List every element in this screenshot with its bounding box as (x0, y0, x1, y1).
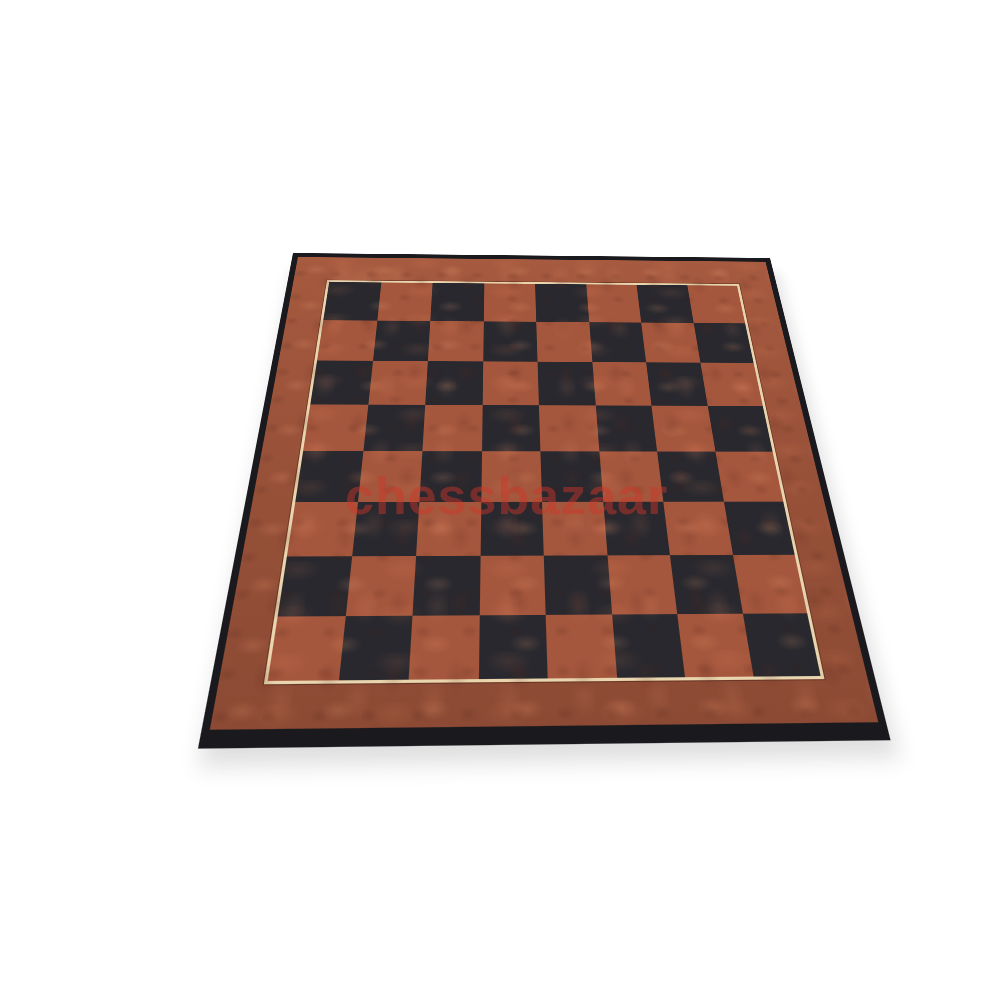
board-square (595, 405, 657, 451)
board-square (670, 555, 742, 614)
board-square (303, 404, 368, 451)
board-square (479, 556, 545, 615)
board-square (480, 501, 544, 555)
board-square (742, 613, 820, 677)
board-square (536, 321, 592, 362)
board-square (599, 451, 663, 501)
board-square (338, 615, 412, 680)
board-square (607, 555, 677, 614)
board-square (478, 614, 547, 679)
board-square (592, 362, 651, 405)
board-square (323, 282, 381, 320)
inlay-border (264, 280, 825, 684)
board-frame (210, 257, 878, 730)
board-square (422, 404, 482, 451)
board-square (428, 321, 484, 362)
board-square (641, 322, 700, 362)
board-square (310, 360, 372, 404)
board-square (535, 284, 589, 322)
board-square (482, 361, 539, 404)
board-square (693, 323, 753, 363)
board-square (663, 501, 732, 555)
board-square (540, 451, 602, 501)
board-square (589, 322, 646, 362)
board-square (715, 452, 783, 502)
board-square (368, 361, 428, 405)
board-square (482, 405, 541, 452)
board-square (732, 555, 807, 613)
board-square (612, 614, 685, 678)
board-square (317, 320, 377, 361)
chess-board (200, 253, 888, 738)
board-square (546, 614, 617, 678)
board-square (586, 284, 641, 322)
board-square (419, 451, 481, 501)
board-square (603, 501, 670, 555)
board-square (637, 285, 694, 323)
board-square (651, 405, 715, 451)
board-square (373, 320, 431, 361)
board-square (409, 615, 480, 680)
board-square (287, 502, 358, 557)
board-square (646, 362, 707, 405)
board-square (657, 452, 723, 502)
board-square (544, 555, 612, 614)
board-square (345, 556, 416, 616)
board-square (412, 556, 480, 615)
board-square (483, 321, 538, 362)
board-square (687, 285, 745, 323)
board-square (377, 282, 433, 320)
board-square (542, 501, 607, 555)
board-square (481, 451, 542, 501)
board-square (363, 404, 425, 451)
board-square (723, 501, 794, 555)
board-square (268, 616, 346, 681)
board-square (677, 613, 753, 677)
board-square (707, 406, 772, 452)
board-square (700, 363, 763, 406)
board-square (430, 283, 484, 321)
board-square (425, 361, 483, 405)
board-square (416, 501, 481, 556)
board-square (295, 451, 363, 502)
board-grid (268, 282, 821, 681)
board-square (278, 556, 352, 616)
board-square (539, 405, 599, 452)
product-photo: chessbazaar (0, 0, 1000, 1000)
board-square (358, 451, 423, 502)
board-square (483, 283, 536, 321)
board-square (538, 362, 596, 405)
board-square (352, 502, 420, 557)
